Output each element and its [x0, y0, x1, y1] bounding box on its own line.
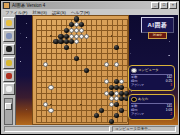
star — [20, 47, 21, 48]
black-stone[interactable] — [69, 39, 74, 44]
zoom-slider[interactable] — [4, 98, 13, 125]
white-stone[interactable] — [43, 102, 48, 107]
star — [130, 53, 131, 54]
black-stone[interactable] — [119, 108, 124, 113]
black-stone[interactable] — [94, 113, 99, 118]
new-game-button[interactable] — [3, 17, 15, 29]
white-stone[interactable] — [43, 62, 48, 67]
white-stone[interactable] — [79, 28, 84, 33]
status-cell-right: コンピュータ思考中... — [112, 126, 176, 132]
grid-line-v — [101, 19, 102, 122]
hoshi-point — [50, 70, 52, 72]
black-stone[interactable] — [64, 39, 69, 44]
black-player-panel: あなた 手数141時間1:03アゲハマ2 — [128, 94, 175, 120]
white-stone[interactable] — [74, 22, 79, 27]
white-stone[interactable] — [69, 34, 74, 39]
side-toolbar — [2, 15, 16, 125]
black-stone[interactable] — [84, 68, 89, 73]
black-stone[interactable] — [64, 34, 69, 39]
white-stone[interactable] — [104, 79, 109, 84]
hint-button[interactable] — [3, 57, 15, 69]
black-stone[interactable] — [109, 119, 114, 124]
menu-item-1[interactable]: 対局(G) — [33, 10, 47, 15]
black-panel-row-2: アゲハマ2 — [131, 113, 172, 116]
pass-button[interactable] — [3, 83, 15, 95]
star — [26, 23, 27, 24]
black-stone[interactable] — [114, 113, 119, 118]
black-stone[interactable] — [74, 56, 79, 61]
star — [20, 61, 21, 62]
close-button[interactable]: × — [169, 2, 177, 9]
black-stone[interactable] — [79, 22, 84, 27]
black-player-name: あなた — [138, 97, 148, 101]
star — [131, 91, 132, 92]
hint-icon — [6, 60, 12, 66]
white-row-label: アゲハマ — [131, 84, 144, 87]
white-stone[interactable] — [48, 108, 53, 113]
black-stone[interactable] — [69, 22, 74, 27]
go-board[interactable] — [32, 15, 129, 125]
hoshi-point — [80, 70, 82, 72]
maximize-button[interactable]: □ — [160, 2, 168, 9]
white-panel-row-2: アゲハマ3 — [131, 84, 172, 87]
menu-item-0[interactable]: ファイル(F) — [5, 10, 28, 15]
black-stone[interactable] — [114, 45, 119, 50]
white-stone[interactable] — [114, 62, 119, 67]
white-player-panel: コンピュータ 手数142時間0:25アゲハマ3 — [128, 65, 175, 91]
open-game-button[interactable] — [3, 30, 15, 42]
grid-line-v — [96, 19, 97, 122]
window-title: AI囲碁 Version 4 — [12, 3, 150, 8]
black-stone[interactable] — [74, 16, 79, 21]
black-panel-header: あなた — [131, 97, 172, 104]
undo-icon — [6, 73, 12, 79]
star — [20, 33, 21, 34]
star — [169, 41, 170, 42]
logo-plaque: AI囲碁 — [141, 17, 174, 33]
undo-button[interactable] — [3, 70, 15, 82]
title-bar[interactable]: AI囲碁 Version 4 _ □ × — [2, 2, 178, 9]
logo-banner-text: 対局中 — [153, 34, 163, 37]
grid-line-v — [107, 19, 108, 122]
black-row-value: 2 — [170, 113, 172, 116]
play-black-button[interactable] — [3, 44, 15, 56]
app-window: AI囲碁 Version 4 _ □ × ファイル(F)対局(G)設定(S)ヘル… — [0, 0, 180, 135]
white-stone[interactable] — [74, 39, 79, 44]
grid-line-v — [91, 19, 92, 122]
black-stone[interactable] — [58, 39, 63, 44]
star — [26, 37, 27, 38]
status-right-text: コンピュータ思考中... — [115, 127, 151, 131]
menu-item-2[interactable]: 設定(S) — [52, 10, 66, 15]
minimize-button[interactable]: _ — [151, 2, 159, 9]
white-stone[interactable] — [48, 85, 53, 90]
grid-line-v — [122, 19, 123, 122]
logo-title: AI囲碁 — [148, 21, 168, 30]
status-bar: コンピュータ思考中... — [2, 125, 178, 133]
white-panel-header: コンピュータ — [131, 68, 172, 75]
star — [26, 109, 27, 110]
open-game-icon — [6, 33, 12, 39]
white-panel-rows: 手数142時間0:25アゲハマ3 — [131, 76, 172, 88]
black-stone[interactable] — [114, 102, 119, 107]
white-stone-icon — [131, 68, 137, 74]
white-row-value: 3 — [170, 84, 172, 87]
black-stone[interactable] — [58, 34, 63, 39]
grid-line-h — [36, 76, 128, 77]
star — [169, 55, 170, 56]
app-icon — [3, 2, 10, 9]
black-stone[interactable] — [99, 108, 104, 113]
hoshi-point — [50, 35, 52, 37]
white-player-name: コンピュータ — [138, 68, 159, 72]
logo-banner: 対局中 — [148, 32, 167, 39]
black-panel-rows: 手数141時間1:03アゲハマ2 — [131, 105, 172, 117]
black-row-label: アゲハマ — [131, 113, 144, 116]
white-stone[interactable] — [104, 62, 109, 67]
new-game-icon — [6, 20, 12, 26]
white-stone[interactable] — [84, 34, 89, 39]
menu-item-3[interactable]: ヘルプ(H) — [71, 10, 90, 15]
white-stone[interactable] — [69, 28, 74, 33]
black-stone-icon — [131, 97, 137, 103]
play-black-icon — [6, 46, 12, 52]
zoom-slider-thumb[interactable] — [5, 103, 12, 110]
star — [130, 39, 131, 40]
white-stone[interactable] — [119, 79, 124, 84]
black-stone[interactable] — [64, 45, 69, 50]
pass-icon — [6, 86, 12, 92]
black-stone[interactable] — [64, 28, 69, 33]
black-stone[interactable] — [119, 85, 124, 90]
client-area: AI囲碁 対局中 コンピュータ 手数142時間0:25アゲハマ3 あなた 手数1… — [2, 15, 178, 125]
status-cell-left — [4, 126, 110, 132]
